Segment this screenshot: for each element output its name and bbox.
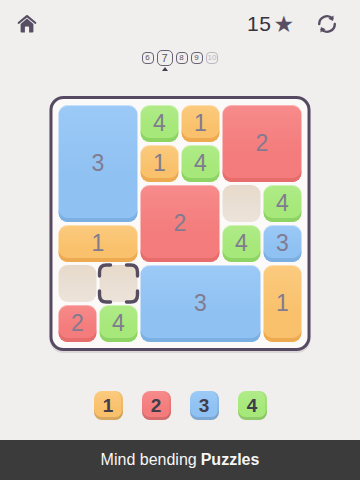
restart-icon xyxy=(315,12,339,36)
piece-1-orange-r1c4[interactable]: 1 xyxy=(182,105,220,142)
star-count: 15 xyxy=(247,12,271,36)
level-pill-7: 7 xyxy=(157,50,173,66)
target-cell xyxy=(100,265,138,302)
star-icon: ★ xyxy=(273,13,294,36)
piece-3-blue-r1c1[interactable]: 3 xyxy=(59,105,138,222)
empty-cell xyxy=(59,265,97,302)
home-icon xyxy=(15,12,39,36)
piece-1-orange-r5c6[interactable]: 1 xyxy=(264,265,302,342)
piece-1-orange-r2c3[interactable]: 1 xyxy=(141,145,179,182)
home-button[interactable] xyxy=(14,11,40,37)
legend-green-4: 4 xyxy=(238,391,267,420)
legend-blue-3: 3 xyxy=(190,391,219,420)
level-indicator: 678910 xyxy=(0,48,360,68)
top-bar: 15 ★ xyxy=(0,0,360,48)
piece-4-green-r4c5[interactable]: 4 xyxy=(223,225,261,262)
color-legend: 1234 xyxy=(0,391,360,420)
target-corners-icon xyxy=(97,262,141,305)
star-score: 15 ★ xyxy=(247,12,294,36)
piece-4-green-r2c4[interactable]: 4 xyxy=(182,145,220,182)
ad-text: Mind bending xyxy=(101,451,197,469)
piece-2-red-r3c3[interactable]: 2 xyxy=(141,185,220,262)
piece-1-orange-r4c1[interactable]: 1 xyxy=(59,225,138,262)
piece-4-green-r3c6[interactable]: 4 xyxy=(264,185,302,222)
game-screen: 15 ★ 678910 341214241433124 1234 Mind be… xyxy=(0,0,360,480)
piece-2-red-r6c1[interactable]: 2 xyxy=(59,305,97,342)
level-pill-9: 9 xyxy=(191,52,203,64)
piece-2-red-r1c5[interactable]: 2 xyxy=(223,105,302,182)
legend-red-2: 2 xyxy=(142,391,171,420)
legend-orange-1: 1 xyxy=(94,391,123,420)
piece-3-blue-r4c6[interactable]: 3 xyxy=(264,225,302,262)
puzzle-board: 341214241433124 xyxy=(50,96,311,351)
ad-banner[interactable]: Mind bending Puzzles xyxy=(0,440,360,480)
ad-text-bold: Puzzles xyxy=(201,451,260,469)
piece-3-blue-r5c3[interactable]: 3 xyxy=(141,265,261,342)
piece-4-green-r1c3[interactable]: 4 xyxy=(141,105,179,142)
piece-4-green-r6c2[interactable]: 4 xyxy=(100,305,138,342)
level-pill-10: 10 xyxy=(206,52,219,64)
empty-cell xyxy=(223,185,261,222)
level-pill-8: 8 xyxy=(176,52,188,64)
level-pill-6: 6 xyxy=(142,52,154,64)
restart-button[interactable] xyxy=(314,11,340,37)
